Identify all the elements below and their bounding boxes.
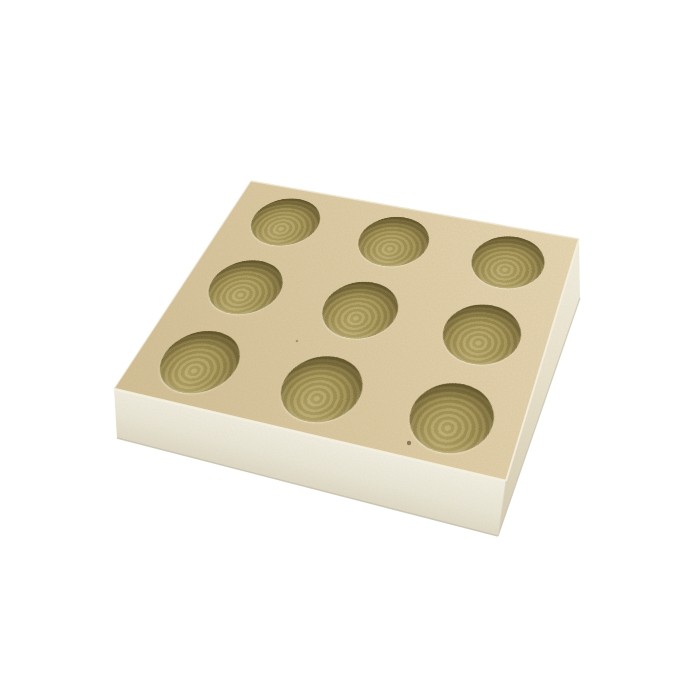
hole-r3c2-empty[interactable] (267, 350, 374, 431)
hole-r3c1-empty[interactable] (145, 325, 253, 401)
hole-r2c2-empty[interactable] (310, 276, 408, 345)
product-photo-scene (0, 0, 700, 700)
hole-r1c3-empty[interactable] (463, 231, 552, 294)
hole-r2c3-empty[interactable] (433, 298, 529, 371)
hole-r1c2-empty[interactable] (348, 212, 438, 272)
hole-r3c3-empty[interactable] (398, 376, 503, 462)
hole-r1c1-empty[interactable] (239, 194, 330, 251)
hole-r2c1-empty[interactable] (195, 255, 294, 321)
